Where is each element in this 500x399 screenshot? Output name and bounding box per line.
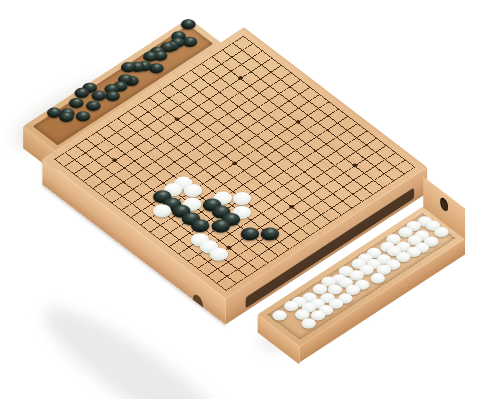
black-stone[interactable] [257,225,283,243]
star-point [351,163,358,168]
star-point [231,160,238,165]
star-point [226,245,233,250]
star-point [174,117,181,122]
finger-hole-icon [440,195,448,213]
finger-notch [193,292,203,308]
go-board-product-photo [0,0,500,399]
black-tray-stone[interactable] [178,17,199,32]
black-stone[interactable] [237,225,263,243]
star-point [111,158,118,163]
star-point [237,76,244,81]
star-point [294,119,301,124]
star-point [288,204,295,209]
